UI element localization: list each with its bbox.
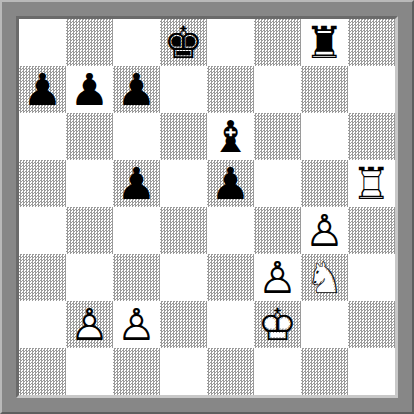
square-g2[interactable] — [301, 301, 348, 348]
square-e5[interactable]: ♟ — [207, 160, 254, 207]
board-inner-border: ♚♜♟♟♟♝♟♟♜♖♟♙♟♙♞♘♟♙♟♙♚♔ — [16, 16, 398, 398]
square-d4[interactable] — [160, 207, 207, 254]
square-h6[interactable] — [348, 113, 395, 160]
square-h7[interactable] — [348, 66, 395, 113]
square-a3[interactable] — [19, 254, 66, 301]
square-e6[interactable]: ♝ — [207, 113, 254, 160]
white-pawn-fill: ♟ — [66, 301, 113, 348]
square-h8[interactable] — [348, 19, 395, 66]
white-rook: ♖ — [348, 160, 395, 207]
square-b7[interactable]: ♟ — [66, 66, 113, 113]
white-rook-fill: ♜ — [348, 160, 395, 207]
square-g1[interactable] — [301, 348, 348, 395]
square-h2[interactable] — [348, 301, 395, 348]
square-d3[interactable] — [160, 254, 207, 301]
square-g4[interactable]: ♟♙ — [301, 207, 348, 254]
square-g8[interactable]: ♜ — [301, 19, 348, 66]
white-knight: ♘ — [301, 254, 348, 301]
square-d5[interactable] — [160, 160, 207, 207]
white-pawn-fill: ♟ — [254, 254, 301, 301]
white-pawn-fill: ♟ — [301, 207, 348, 254]
white-pawn-fill: ♟ — [113, 301, 160, 348]
square-b8[interactable] — [66, 19, 113, 66]
square-f4[interactable] — [254, 207, 301, 254]
square-c1[interactable] — [113, 348, 160, 395]
black-rook: ♜ — [301, 19, 348, 66]
square-e7[interactable] — [207, 66, 254, 113]
square-a8[interactable] — [19, 19, 66, 66]
square-h4[interactable] — [348, 207, 395, 254]
chess-board: ♚♜♟♟♟♝♟♟♜♖♟♙♟♙♞♘♟♙♟♙♚♔ — [19, 19, 395, 395]
white-pawn: ♙ — [301, 207, 348, 254]
square-b5[interactable] — [66, 160, 113, 207]
square-f3[interactable]: ♟♙ — [254, 254, 301, 301]
square-g5[interactable] — [301, 160, 348, 207]
white-king: ♔ — [254, 301, 301, 348]
square-e8[interactable] — [207, 19, 254, 66]
square-a6[interactable] — [19, 113, 66, 160]
square-b3[interactable] — [66, 254, 113, 301]
square-c4[interactable] — [113, 207, 160, 254]
square-g3[interactable]: ♞♘ — [301, 254, 348, 301]
square-d2[interactable] — [160, 301, 207, 348]
black-king: ♚ — [160, 19, 207, 66]
square-c8[interactable] — [113, 19, 160, 66]
square-e3[interactable] — [207, 254, 254, 301]
square-e2[interactable] — [207, 301, 254, 348]
square-a7[interactable]: ♟ — [19, 66, 66, 113]
square-d7[interactable] — [160, 66, 207, 113]
black-pawn: ♟ — [207, 160, 254, 207]
black-pawn: ♟ — [19, 66, 66, 113]
board-frame: ♚♜♟♟♟♝♟♟♜♖♟♙♟♙♞♘♟♙♟♙♚♔ — [0, 0, 414, 414]
square-d6[interactable] — [160, 113, 207, 160]
square-b2[interactable]: ♟♙ — [66, 301, 113, 348]
square-d1[interactable] — [160, 348, 207, 395]
black-bishop: ♝ — [207, 113, 254, 160]
square-e1[interactable] — [207, 348, 254, 395]
square-f8[interactable] — [254, 19, 301, 66]
square-f2[interactable]: ♚♔ — [254, 301, 301, 348]
white-pawn: ♙ — [113, 301, 160, 348]
white-knight-fill: ♞ — [301, 254, 348, 301]
black-pawn: ♟ — [113, 66, 160, 113]
white-pawn: ♙ — [66, 301, 113, 348]
square-c5[interactable]: ♟ — [113, 160, 160, 207]
square-g6[interactable] — [301, 113, 348, 160]
square-b1[interactable] — [66, 348, 113, 395]
square-h3[interactable] — [348, 254, 395, 301]
square-b4[interactable] — [66, 207, 113, 254]
square-f6[interactable] — [254, 113, 301, 160]
white-king-fill: ♚ — [254, 301, 301, 348]
square-e4[interactable] — [207, 207, 254, 254]
square-a4[interactable] — [19, 207, 66, 254]
square-a2[interactable] — [19, 301, 66, 348]
white-pawn: ♙ — [254, 254, 301, 301]
square-h1[interactable] — [348, 348, 395, 395]
square-c2[interactable]: ♟♙ — [113, 301, 160, 348]
square-f1[interactable] — [254, 348, 301, 395]
square-c3[interactable] — [113, 254, 160, 301]
square-c6[interactable] — [113, 113, 160, 160]
black-pawn: ♟ — [66, 66, 113, 113]
square-h5[interactable]: ♜♖ — [348, 160, 395, 207]
square-d8[interactable]: ♚ — [160, 19, 207, 66]
square-g7[interactable] — [301, 66, 348, 113]
square-f7[interactable] — [254, 66, 301, 113]
square-b6[interactable] — [66, 113, 113, 160]
square-a1[interactable] — [19, 348, 66, 395]
black-pawn: ♟ — [113, 160, 160, 207]
square-c7[interactable]: ♟ — [113, 66, 160, 113]
square-f5[interactable] — [254, 160, 301, 207]
square-a5[interactable] — [19, 160, 66, 207]
